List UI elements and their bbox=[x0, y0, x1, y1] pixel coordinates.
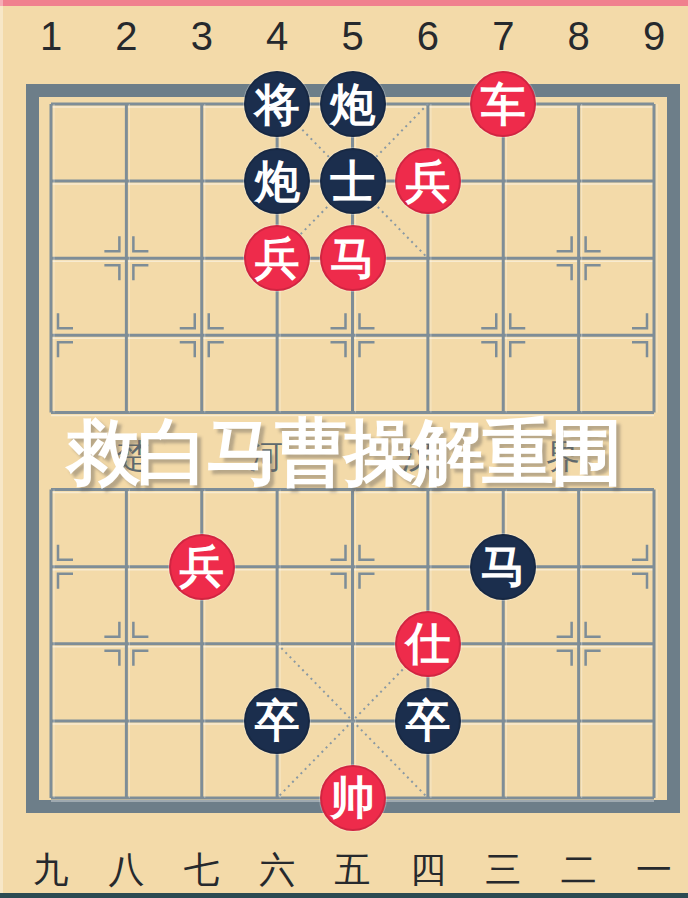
piece-black-炮[interactable]: 炮 bbox=[244, 148, 310, 214]
piece-red-帅[interactable]: 帅 bbox=[320, 765, 386, 831]
piece-black-将[interactable]: 将 bbox=[244, 71, 310, 137]
piece-red-车[interactable]: 车 bbox=[470, 71, 536, 137]
bottom-file-label-4: 六 bbox=[249, 846, 305, 895]
bottom-file-label-6: 四 bbox=[400, 846, 456, 895]
piece-black-马[interactable]: 马 bbox=[470, 534, 536, 600]
piece-black-炮[interactable]: 炮 bbox=[320, 71, 386, 137]
piece-red-兵[interactable]: 兵 bbox=[244, 225, 310, 291]
bottom-file-label-7: 三 bbox=[475, 846, 531, 895]
bottom-file-label-5: 五 bbox=[325, 846, 381, 895]
bottom-file-label-3: 七 bbox=[174, 846, 230, 895]
bottom-accent-strip bbox=[0, 893, 688, 898]
bottom-file-label-8: 二 bbox=[551, 846, 607, 895]
xiangqi-puzzle-screen: { "game": "xiangqi", "position": { "fen"… bbox=[0, 0, 688, 898]
piece-black-士[interactable]: 士 bbox=[320, 148, 386, 214]
piece-red-兵[interactable]: 兵 bbox=[169, 534, 235, 600]
bottom-file-label-9: 一 bbox=[626, 846, 682, 895]
piece-red-仕[interactable]: 仕 bbox=[395, 611, 461, 677]
bottom-file-label-1: 九 bbox=[23, 846, 79, 895]
bottom-file-label-2: 八 bbox=[98, 846, 154, 895]
piece-black-卒[interactable]: 卒 bbox=[244, 688, 310, 754]
piece-red-马[interactable]: 马 bbox=[320, 225, 386, 291]
piece-red-兵[interactable]: 兵 bbox=[395, 148, 461, 214]
puzzle-title-overlay: 救白马曹操解重围 bbox=[0, 413, 688, 491]
piece-black-卒[interactable]: 卒 bbox=[395, 688, 461, 754]
